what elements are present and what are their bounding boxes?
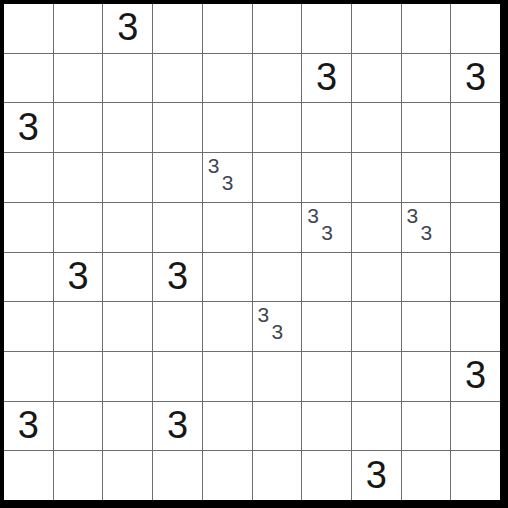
cell-r4c7[interactable] [302, 153, 351, 202]
cell-r3c9[interactable] [402, 103, 451, 152]
cell-r10c6[interactable] [253, 451, 302, 500]
cell-r3c1: 3 [4, 103, 53, 152]
cell-r10c2[interactable] [54, 451, 103, 500]
cell-r10c8: 3 [352, 451, 401, 500]
clue-number-part-2: 3 [222, 172, 234, 193]
cell-r6c5[interactable] [203, 253, 252, 302]
cell-r8c9[interactable] [402, 352, 451, 401]
cell-r8c6[interactable] [253, 352, 302, 401]
cell-r1c5[interactable] [203, 4, 252, 53]
cell-r8c4[interactable] [153, 352, 202, 401]
cell-r4c8[interactable] [352, 153, 401, 202]
cell-r5c7: 33 [302, 203, 351, 252]
cell-r8c8[interactable] [352, 352, 401, 401]
cell-r6c7[interactable] [302, 253, 351, 302]
cell-r2c6[interactable] [253, 54, 302, 103]
clue-number: 3 [67, 257, 88, 295]
cell-r10c9[interactable] [402, 451, 451, 500]
cell-r1c4[interactable] [153, 4, 202, 53]
cell-r3c3[interactable] [103, 103, 152, 152]
cell-r5c2[interactable] [54, 203, 103, 252]
cell-r7c3[interactable] [103, 302, 152, 351]
cell-r10c3[interactable] [103, 451, 152, 500]
cell-r5c1[interactable] [4, 203, 53, 252]
clue-number: 3 [167, 257, 188, 295]
cell-r2c9[interactable] [402, 54, 451, 103]
cell-r3c4[interactable] [153, 103, 202, 152]
cell-r1c8[interactable] [352, 4, 401, 53]
cell-r9c1: 3 [4, 402, 53, 451]
cell-r10c1[interactable] [4, 451, 53, 500]
cell-r9c2[interactable] [54, 402, 103, 451]
cell-r4c9[interactable] [402, 153, 451, 202]
clue-number: 3 [366, 456, 387, 494]
cell-r8c1[interactable] [4, 352, 53, 401]
clue-number: 3 [465, 58, 486, 96]
cell-r4c4[interactable] [153, 153, 202, 202]
cell-r9c6[interactable] [253, 402, 302, 451]
clue-number-part-2: 3 [421, 222, 433, 243]
cell-r7c4[interactable] [153, 302, 202, 351]
cell-r6c10[interactable] [451, 253, 500, 302]
clue-number-part-2: 3 [272, 321, 284, 342]
cell-r7c5[interactable] [203, 302, 252, 351]
cell-r10c5[interactable] [203, 451, 252, 500]
cell-r9c4: 3 [153, 402, 202, 451]
cell-r6c4: 3 [153, 253, 202, 302]
cell-r6c6[interactable] [253, 253, 302, 302]
cell-r7c7[interactable] [302, 302, 351, 351]
cell-r9c8[interactable] [352, 402, 401, 451]
cell-r8c5[interactable] [203, 352, 252, 401]
clue-number: 3 [117, 8, 138, 46]
clue-number: 3 [316, 58, 337, 96]
cell-r2c5[interactable] [203, 54, 252, 103]
cell-r8c10: 3 [451, 352, 500, 401]
clue-number-part-1: 3 [258, 304, 270, 325]
cell-r6c9[interactable] [402, 253, 451, 302]
cell-r9c10[interactable] [451, 402, 500, 451]
cell-r4c2[interactable] [54, 153, 103, 202]
cell-r4c10[interactable] [451, 153, 500, 202]
cell-r4c1[interactable] [4, 153, 53, 202]
cell-r1c3: 3 [103, 4, 152, 53]
cell-r10c7[interactable] [302, 451, 351, 500]
cell-r1c6[interactable] [253, 4, 302, 53]
cell-r6c3[interactable] [103, 253, 152, 302]
cell-r4c5: 33 [203, 153, 252, 202]
clue-number: 3 [167, 406, 188, 444]
cell-r9c7[interactable] [302, 402, 351, 451]
cell-r6c1[interactable] [4, 253, 53, 302]
cell-r7c1[interactable] [4, 302, 53, 351]
cell-r9c5[interactable] [203, 402, 252, 451]
cell-r1c2[interactable] [54, 4, 103, 53]
cell-r2c7: 3 [302, 54, 351, 103]
cell-r3c8[interactable] [352, 103, 401, 152]
cell-r5c5[interactable] [203, 203, 252, 252]
tapa-board: 333333333333333333 [0, 0, 508, 508]
cell-r10c10[interactable] [451, 451, 500, 500]
cell-r8c2[interactable] [54, 352, 103, 401]
clue-number-part-1: 3 [407, 205, 419, 226]
clue-number-part-1: 3 [208, 155, 220, 176]
cell-r6c8[interactable] [352, 253, 401, 302]
cell-r3c6[interactable] [253, 103, 302, 152]
clue-number: 3 [18, 406, 39, 444]
cell-r7c9[interactable] [402, 302, 451, 351]
cell-r4c6[interactable] [253, 153, 302, 202]
cell-r5c10[interactable] [451, 203, 500, 252]
cell-r7c10[interactable] [451, 302, 500, 351]
cell-r2c2[interactable] [54, 54, 103, 103]
cell-r1c9[interactable] [402, 4, 451, 53]
cell-r3c7[interactable] [302, 103, 351, 152]
cell-r8c7[interactable] [302, 352, 351, 401]
cell-r5c3[interactable] [103, 203, 152, 252]
cell-r1c10[interactable] [451, 4, 500, 53]
cell-r10c4[interactable] [153, 451, 202, 500]
cell-r6c2: 3 [54, 253, 103, 302]
cell-r1c7[interactable] [302, 4, 351, 53]
cell-r3c2[interactable] [54, 103, 103, 152]
cell-r9c3[interactable] [103, 402, 152, 451]
cell-r1c1[interactable] [4, 4, 53, 53]
cell-r7c8[interactable] [352, 302, 401, 351]
cell-r5c6[interactable] [253, 203, 302, 252]
cell-r5c8[interactable] [352, 203, 401, 252]
cell-r8c3[interactable] [103, 352, 152, 401]
clue-number-part-1: 3 [307, 205, 319, 226]
cell-r2c4[interactable] [153, 54, 202, 103]
cell-r7c2[interactable] [54, 302, 103, 351]
cell-r2c1[interactable] [4, 54, 53, 103]
clue-number: 3 [18, 108, 39, 146]
cell-r2c10: 3 [451, 54, 500, 103]
cell-r5c9: 33 [402, 203, 451, 252]
cell-r2c3[interactable] [103, 54, 152, 103]
cell-r2c8[interactable] [352, 54, 401, 103]
cell-r5c4[interactable] [153, 203, 202, 252]
cell-r3c5[interactable] [203, 103, 252, 152]
cell-r7c6: 33 [253, 302, 302, 351]
cell-r4c3[interactable] [103, 153, 152, 202]
clue-number: 3 [465, 356, 486, 394]
cell-r9c9[interactable] [402, 402, 451, 451]
cell-r3c10[interactable] [451, 103, 500, 152]
clue-number-part-2: 3 [321, 222, 333, 243]
